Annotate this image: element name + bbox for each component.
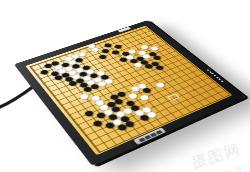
goban-surface: ●●●●●●●●●●●●●●●●●●●●●●●●●●●●●●●●●●●●●●●●… — [25, 26, 232, 156]
star-point — [152, 106, 155, 108]
rim-dot — [220, 80, 223, 82]
star-point — [193, 89, 196, 91]
black-stone[interactable]: ● — [97, 53, 109, 60]
goban-grid[interactable]: ●●●●●●●●●●●●●●●●●●●●●●●●●●●●●●●●●●●●●●●●… — [29, 27, 231, 153]
panel-segment[interactable] — [138, 137, 145, 142]
star-point — [125, 79, 128, 81]
panel-segment[interactable] — [144, 135, 151, 140]
white-stone[interactable]: ● — [153, 81, 166, 89]
scene: ●●●●●●●●●●●●●●●●●●●●●●●●●●●●●●●●●●●●●●●●… — [0, 0, 250, 172]
panel-segment[interactable] — [150, 132, 157, 137]
panel-segment[interactable] — [155, 130, 162, 135]
white-stone[interactable]: ● — [138, 93, 151, 101]
product-photo: 摄图网 摄图网 ●●●●●●●●●●●●●●●●●●●●●●●●●●●●●●●●… — [0, 0, 250, 172]
star-point — [164, 64, 167, 66]
go-board-frame: ●●●●●●●●●●●●●●●●●●●●●●●●●●●●●●●●●●●●●●●●… — [14, 20, 246, 166]
